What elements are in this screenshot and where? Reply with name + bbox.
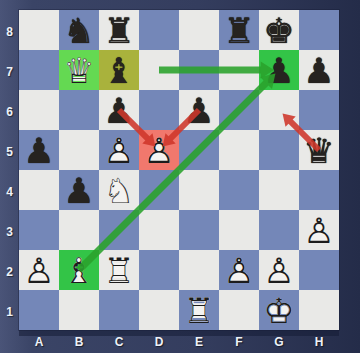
piece-outline-glyph: ♕ xyxy=(59,50,99,90)
piece-outline-glyph: ♙ xyxy=(299,210,339,250)
white-pawn[interactable]: ♟♙ xyxy=(99,130,139,170)
white-pawn[interactable]: ♟♙ xyxy=(219,250,259,290)
file-label-c: C xyxy=(99,333,139,351)
piece-glyph: ♜ xyxy=(219,10,259,50)
rank-label-7: 7 xyxy=(0,50,19,90)
white-pawn[interactable]: ♟♙ xyxy=(19,250,59,290)
square-a8[interactable] xyxy=(19,10,59,50)
white-pawn[interactable]: ♟♙ xyxy=(259,250,299,290)
piece-glyph: ♟ xyxy=(259,50,299,90)
square-f3[interactable] xyxy=(219,210,259,250)
square-c8[interactable]: ♜ xyxy=(99,10,139,50)
chess-board: ♞♜♜♚♛♕♝♟♟♟♟♟♟♙♟♙♛♟♞♘♟♙♟♙♝♗♜♖♟♙♟♙♜♖♚♔ xyxy=(19,10,339,330)
file-label-h: H xyxy=(299,333,339,351)
black-rook[interactable]: ♜ xyxy=(99,10,139,50)
piece-outline-glyph: ♙ xyxy=(19,250,59,290)
square-c4[interactable]: ♞♘ xyxy=(99,170,139,210)
square-f1[interactable] xyxy=(219,290,259,330)
piece-outline-glyph: ♔ xyxy=(259,290,299,330)
black-king[interactable]: ♚ xyxy=(259,10,299,50)
square-h7[interactable]: ♟ xyxy=(299,50,339,90)
square-h4[interactable] xyxy=(299,170,339,210)
chess-board-widget: 87654321 ♞♜♜♚♛♕♝♟♟♟♟♟♟♙♟♙♛♟♞♘♟♙♟♙♝♗♜♖♟♙♟… xyxy=(0,0,360,353)
square-b8[interactable]: ♞ xyxy=(59,10,99,50)
square-g3[interactable] xyxy=(259,210,299,250)
piece-glyph: ♞ xyxy=(59,10,99,50)
square-b4[interactable]: ♟ xyxy=(59,170,99,210)
square-h8[interactable] xyxy=(299,10,339,50)
black-knight[interactable]: ♞ xyxy=(59,10,99,50)
square-e8[interactable] xyxy=(179,10,219,50)
square-b1[interactable] xyxy=(59,290,99,330)
rank-label-4: 4 xyxy=(0,170,19,210)
square-h5[interactable]: ♛ xyxy=(299,130,339,170)
square-d1[interactable] xyxy=(139,290,179,330)
white-king[interactable]: ♚♔ xyxy=(259,290,299,330)
piece-glyph: ♟ xyxy=(59,170,99,210)
square-g5[interactable] xyxy=(259,130,299,170)
piece-outline-glyph: ♖ xyxy=(179,290,219,330)
square-d3[interactable] xyxy=(139,210,179,250)
square-e5[interactable] xyxy=(179,130,219,170)
piece-glyph: ♛ xyxy=(299,130,339,170)
white-knight[interactable]: ♞♘ xyxy=(99,170,139,210)
square-a6[interactable] xyxy=(19,90,59,130)
square-f2[interactable]: ♟♙ xyxy=(219,250,259,290)
square-d4[interactable] xyxy=(139,170,179,210)
piece-glyph: ♚ xyxy=(259,10,299,50)
square-c7[interactable]: ♝ xyxy=(99,50,139,90)
square-e3[interactable] xyxy=(179,210,219,250)
square-h6[interactable] xyxy=(299,90,339,130)
file-label-f: F xyxy=(219,333,259,351)
square-e6[interactable]: ♟ xyxy=(179,90,219,130)
piece-glyph: ♟ xyxy=(179,90,219,130)
square-g6[interactable] xyxy=(259,90,299,130)
file-label-b: B xyxy=(59,333,99,351)
white-pawn[interactable]: ♟♙ xyxy=(139,130,179,170)
square-g8[interactable]: ♚ xyxy=(259,10,299,50)
square-f5[interactable] xyxy=(219,130,259,170)
square-f6[interactable] xyxy=(219,90,259,130)
square-a5[interactable]: ♟ xyxy=(19,130,59,170)
square-c6[interactable]: ♟ xyxy=(99,90,139,130)
square-h1[interactable] xyxy=(299,290,339,330)
square-h3[interactable]: ♟♙ xyxy=(299,210,339,250)
piece-outline-glyph: ♗ xyxy=(59,250,99,290)
square-b5[interactable] xyxy=(59,130,99,170)
square-g7[interactable]: ♟ xyxy=(259,50,299,90)
piece-outline-glyph: ♖ xyxy=(99,250,139,290)
piece-outline-glyph: ♘ xyxy=(99,170,139,210)
square-a3[interactable] xyxy=(19,210,59,250)
white-bishop[interactable]: ♝♗ xyxy=(59,250,99,290)
white-rook[interactable]: ♜♖ xyxy=(99,250,139,290)
black-rook[interactable]: ♜ xyxy=(219,10,259,50)
rank-label-6: 6 xyxy=(0,90,19,130)
file-label-e: E xyxy=(179,333,219,351)
square-d2[interactable] xyxy=(139,250,179,290)
black-pawn[interactable]: ♟ xyxy=(179,90,219,130)
white-rook[interactable]: ♜♖ xyxy=(179,290,219,330)
file-label-d: D xyxy=(139,333,179,351)
square-b7[interactable]: ♛♕ xyxy=(59,50,99,90)
square-g2[interactable]: ♟♙ xyxy=(259,250,299,290)
black-pawn[interactable]: ♟ xyxy=(19,130,59,170)
rank-label-3: 3 xyxy=(0,210,19,250)
square-f4[interactable] xyxy=(219,170,259,210)
file-label-a: A xyxy=(19,333,59,351)
square-f8[interactable]: ♜ xyxy=(219,10,259,50)
black-bishop[interactable]: ♝ xyxy=(99,50,139,90)
square-e2[interactable] xyxy=(179,250,219,290)
rank-label-8: 8 xyxy=(0,10,19,50)
white-pawn[interactable]: ♟♙ xyxy=(299,210,339,250)
piece-glyph: ♟ xyxy=(19,130,59,170)
black-pawn[interactable]: ♟ xyxy=(299,50,339,90)
square-c1[interactable] xyxy=(99,290,139,330)
rank-labels: 87654321 xyxy=(0,10,19,330)
black-pawn[interactable]: ♟ xyxy=(259,50,299,90)
square-b6[interactable] xyxy=(59,90,99,130)
square-d5[interactable]: ♟♙ xyxy=(139,130,179,170)
square-a1[interactable] xyxy=(19,290,59,330)
square-g1[interactable]: ♚♔ xyxy=(259,290,299,330)
square-b3[interactable] xyxy=(59,210,99,250)
square-c3[interactable] xyxy=(99,210,139,250)
square-e1[interactable]: ♜♖ xyxy=(179,290,219,330)
piece-outline-glyph: ♙ xyxy=(99,130,139,170)
square-e4[interactable] xyxy=(179,170,219,210)
rank-label-5: 5 xyxy=(0,130,19,170)
piece-glyph: ♝ xyxy=(99,50,139,90)
square-a4[interactable] xyxy=(19,170,59,210)
piece-outline-glyph: ♙ xyxy=(139,130,179,170)
square-d8[interactable] xyxy=(139,10,179,50)
black-pawn[interactable]: ♟ xyxy=(99,90,139,130)
square-b2[interactable]: ♝♗ xyxy=(59,250,99,290)
square-c2[interactable]: ♜♖ xyxy=(99,250,139,290)
square-d7[interactable] xyxy=(139,50,179,90)
rank-label-2: 2 xyxy=(0,250,19,290)
black-queen[interactable]: ♛ xyxy=(299,130,339,170)
square-e7[interactable] xyxy=(179,50,219,90)
file-label-g: G xyxy=(259,333,299,351)
square-g4[interactable] xyxy=(259,170,299,210)
piece-glyph: ♟ xyxy=(299,50,339,90)
rank-label-1: 1 xyxy=(0,290,19,330)
square-h2[interactable] xyxy=(299,250,339,290)
piece-glyph: ♟ xyxy=(99,90,139,130)
piece-glyph: ♜ xyxy=(99,10,139,50)
square-a7[interactable] xyxy=(19,50,59,90)
black-pawn[interactable]: ♟ xyxy=(59,170,99,210)
piece-outline-glyph: ♙ xyxy=(219,250,259,290)
square-d6[interactable] xyxy=(139,90,179,130)
piece-outline-glyph: ♙ xyxy=(259,250,299,290)
square-f7[interactable] xyxy=(219,50,259,90)
white-queen[interactable]: ♛♕ xyxy=(59,50,99,90)
file-labels: ABCDEFGH xyxy=(19,333,339,351)
square-c5[interactable]: ♟♙ xyxy=(99,130,139,170)
square-a2[interactable]: ♟♙ xyxy=(19,250,59,290)
